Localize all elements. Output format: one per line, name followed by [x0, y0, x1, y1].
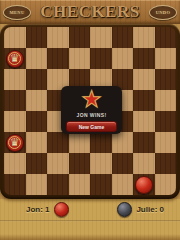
win-message: JON WINS! [77, 112, 107, 120]
footer-shadow-edge [0, 234, 180, 240]
player1-red-piece-icon [54, 202, 69, 217]
crown-icon: ♛ [10, 137, 20, 148]
board-square[interactable] [4, 69, 26, 90]
checkers-app: MENU CHECKERS UNDO ♛♛ ★ JON WINS! New Ga… [0, 0, 180, 240]
board-square[interactable] [133, 27, 155, 48]
score-bar: Jon: 1 Julie: 0 [0, 199, 180, 240]
board-square[interactable] [112, 174, 134, 195]
board-square[interactable]: ♛ [4, 48, 26, 69]
app-title: CHECKERS [40, 2, 139, 22]
red-king-piece[interactable]: ♛ [6, 50, 24, 68]
board-square[interactable] [90, 153, 112, 174]
board-square[interactable] [155, 111, 177, 132]
board-square[interactable] [69, 27, 91, 48]
board-square[interactable] [133, 153, 155, 174]
board-square[interactable] [133, 48, 155, 69]
board-square[interactable] [155, 69, 177, 90]
new-game-button[interactable]: New Game [66, 121, 117, 132]
board-square[interactable] [133, 174, 155, 195]
board-square[interactable] [69, 153, 91, 174]
crown-icon: ♛ [10, 53, 20, 64]
menu-button[interactable]: MENU [3, 5, 31, 20]
board-square[interactable] [155, 48, 177, 69]
board-square[interactable] [69, 132, 91, 153]
board-square[interactable] [133, 69, 155, 90]
board-square[interactable] [69, 48, 91, 69]
board-square[interactable] [133, 90, 155, 111]
board-square[interactable] [26, 153, 48, 174]
win-dialog: ★ JON WINS! New Game [61, 86, 122, 134]
board-square[interactable] [47, 48, 69, 69]
board-square[interactable] [26, 48, 48, 69]
board-square[interactable] [47, 153, 69, 174]
board-square[interactable] [47, 27, 69, 48]
board-square[interactable] [155, 132, 177, 153]
board-square[interactable] [26, 174, 48, 195]
board-square[interactable] [155, 174, 177, 195]
board-square[interactable] [112, 27, 134, 48]
board-square[interactable] [112, 48, 134, 69]
board-square[interactable] [155, 90, 177, 111]
board-square[interactable] [155, 27, 177, 48]
board-square[interactable] [155, 153, 177, 174]
red-man-piece[interactable] [135, 176, 153, 194]
board-square[interactable] [26, 132, 48, 153]
star-icon: ★ [81, 86, 102, 112]
board-square[interactable] [26, 27, 48, 48]
board-square[interactable] [4, 111, 26, 132]
board-square[interactable] [112, 153, 134, 174]
board-square[interactable] [4, 27, 26, 48]
player1-score: Jon: 1 [26, 202, 69, 216]
board-square[interactable] [47, 132, 69, 153]
player1-score-label: Jon: 1 [26, 205, 50, 214]
board-square[interactable] [26, 111, 48, 132]
player2-score: Julie: 0 [117, 202, 164, 216]
player2-dark-piece-icon [117, 202, 132, 217]
undo-button[interactable]: UNDO [149, 5, 177, 20]
board-square[interactable] [112, 132, 134, 153]
board-square[interactable] [26, 90, 48, 111]
board-square[interactable] [90, 48, 112, 69]
board-square[interactable] [4, 90, 26, 111]
board-square[interactable] [133, 132, 155, 153]
title-bar: MENU CHECKERS UNDO [0, 0, 180, 24]
board-square[interactable] [90, 27, 112, 48]
board-square[interactable] [4, 174, 26, 195]
board-square[interactable]: ♛ [4, 132, 26, 153]
board-square[interactable] [90, 174, 112, 195]
board-square[interactable] [90, 132, 112, 153]
board-square[interactable] [133, 111, 155, 132]
board-square[interactable] [69, 174, 91, 195]
board-square[interactable] [47, 174, 69, 195]
player2-score-label: Julie: 0 [136, 205, 164, 214]
board-square[interactable] [4, 153, 26, 174]
red-king-piece[interactable]: ♛ [6, 134, 24, 152]
board-square[interactable] [26, 69, 48, 90]
